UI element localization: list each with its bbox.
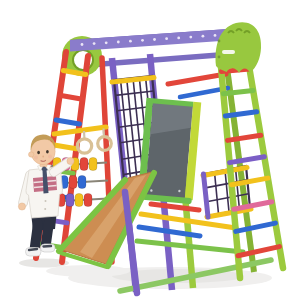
product-photo xyxy=(0,0,291,300)
shadow-slide xyxy=(46,265,130,277)
beam-hole xyxy=(177,37,180,40)
ladder-rung xyxy=(223,90,253,93)
beam-hole xyxy=(93,42,96,45)
gym-rings xyxy=(54,127,111,153)
toddler-cheek xyxy=(34,156,38,160)
rings-bar xyxy=(54,127,106,134)
abacus-bead xyxy=(80,158,88,171)
ladder-rung xyxy=(228,135,261,140)
cardigan-button xyxy=(44,208,46,210)
product-photo-canvas xyxy=(0,0,291,300)
beam-hole xyxy=(117,41,120,44)
toddler-leg xyxy=(46,222,50,247)
abacus-bead xyxy=(84,194,92,207)
ladder-rung xyxy=(60,95,83,99)
beam-hole xyxy=(202,35,205,38)
ladder-rung xyxy=(56,120,79,124)
frame-bar xyxy=(151,204,199,210)
panel-bolt xyxy=(218,56,221,59)
shoe-lace xyxy=(29,249,37,250)
toddler-hand-left xyxy=(18,203,25,210)
net-top-bar xyxy=(112,78,154,83)
abacus-bead xyxy=(78,176,86,189)
shoe-lace xyxy=(44,246,52,247)
ladder-rung xyxy=(230,157,265,163)
toddler-nose xyxy=(42,156,44,158)
toddler-hand-right xyxy=(67,157,74,164)
net-rope xyxy=(127,79,138,188)
ladder-rung xyxy=(236,223,276,231)
beam-hole xyxy=(214,34,217,37)
beam-hole xyxy=(129,40,132,43)
ladder-rung xyxy=(53,145,77,149)
net-side-rail xyxy=(204,174,209,217)
top-cross-bar xyxy=(168,74,226,84)
panel-bolt xyxy=(218,40,221,43)
top-beam xyxy=(70,29,228,52)
abacus-bead xyxy=(75,194,83,207)
beam-body xyxy=(70,29,228,52)
panel-slot xyxy=(222,50,235,54)
toddler-leg xyxy=(35,224,39,250)
net-rope xyxy=(215,172,219,214)
abacus-bead xyxy=(66,194,74,207)
beam-hole xyxy=(153,38,156,41)
beam-hole xyxy=(105,41,108,44)
toddler-ear xyxy=(29,152,34,157)
toddler-eye xyxy=(46,150,49,153)
toddler-eye xyxy=(37,151,40,154)
beam-hole xyxy=(141,39,144,42)
abacus-bead xyxy=(89,158,97,171)
abacus-bead xyxy=(69,176,77,189)
beam-hole xyxy=(165,37,168,40)
beam-hole xyxy=(189,36,192,39)
cardigan-button xyxy=(45,200,47,202)
toddler-cheek xyxy=(48,155,52,159)
beam-hole xyxy=(81,43,84,46)
